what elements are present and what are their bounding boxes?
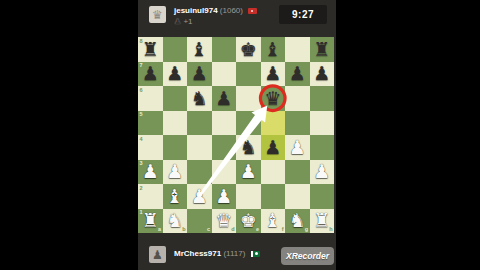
square-f2[interactable]	[261, 184, 286, 209]
square-d5[interactable]	[212, 111, 237, 136]
square-b5[interactable]	[163, 111, 188, 136]
piece-black-rook-h8: ♜	[310, 37, 335, 62]
square-g6[interactable]	[285, 86, 310, 111]
piece-black-pawn-c7: ♟	[187, 62, 212, 87]
square-f8[interactable]: ♝	[261, 37, 286, 62]
square-h3[interactable]: ♟	[310, 160, 335, 185]
chess-app-window: ♛ jesuinul974 (1060) ♟ +1 9:27 8♜♝♚♝♜7♟♟…	[138, 0, 336, 270]
file-label-a: a	[158, 227, 161, 233]
piece-black-knight-e4: ♞	[236, 135, 261, 160]
square-b2[interactable]: ♝	[163, 184, 188, 209]
xrecorder-watermark-label: XRecorder	[286, 251, 329, 261]
file-label-e: e	[256, 227, 259, 233]
square-g5[interactable]	[285, 111, 310, 136]
rank-label-6: 6	[140, 88, 143, 94]
file-label-b: b	[182, 227, 185, 233]
square-d8[interactable]	[212, 37, 237, 62]
square-g8[interactable]	[285, 37, 310, 62]
square-a2[interactable]: 2	[138, 184, 163, 209]
square-g4[interactable]: ♟	[285, 135, 310, 160]
square-b4[interactable]	[163, 135, 188, 160]
top-player-bar: ♛ jesuinul974 (1060) ♟ +1 9:27	[138, 0, 336, 37]
square-a6[interactable]: 6	[138, 86, 163, 111]
square-c2[interactable]: ♟	[187, 184, 212, 209]
square-a1[interactable]: 1a♜	[138, 209, 163, 234]
square-c4[interactable]	[187, 135, 212, 160]
square-e3[interactable]: ♟	[236, 160, 261, 185]
piece-black-pawn-b7: ♟	[163, 62, 188, 87]
piece-white-pawn-b3: ♟	[163, 160, 188, 185]
bottom-player-name-row[interactable]: MrChess971 (1117)	[174, 249, 260, 258]
square-f1[interactable]: f♝	[261, 209, 286, 234]
top-player-clock: 9:27	[279, 5, 327, 24]
square-h1[interactable]: h♜	[310, 209, 335, 234]
file-label-g: g	[305, 227, 308, 233]
piece-black-knight-c6: ♞	[187, 86, 212, 111]
piece-black-bishop-c8: ♝	[187, 37, 212, 62]
square-e5[interactable]	[236, 111, 261, 136]
square-g3[interactable]	[285, 160, 310, 185]
piece-black-pawn-d6: ♟	[212, 86, 237, 111]
piece-black-queen-f6: ♛	[261, 86, 286, 111]
file-label-h: h	[329, 227, 332, 233]
square-d4[interactable]	[212, 135, 237, 160]
square-c3[interactable]	[187, 160, 212, 185]
square-e6[interactable]	[236, 86, 261, 111]
square-e8[interactable]: ♚	[236, 37, 261, 62]
piece-white-pawn-e3: ♟	[236, 160, 261, 185]
piece-black-king-e8: ♚	[236, 37, 261, 62]
square-f6[interactable]: ♛	[261, 86, 286, 111]
piece-black-bishop-f8: ♝	[261, 37, 286, 62]
square-c1[interactable]: c	[187, 209, 212, 234]
top-player-avatar[interactable]: ♛	[149, 6, 166, 23]
top-player-captured-pieces: ♟ +1	[174, 17, 193, 26]
square-d1[interactable]: d♛	[212, 209, 237, 234]
square-d6[interactable]: ♟	[212, 86, 237, 111]
rank-label-5: 5	[140, 112, 143, 118]
square-c8[interactable]: ♝	[187, 37, 212, 62]
rank-label-2: 2	[140, 186, 143, 192]
square-h7[interactable]: ♟	[310, 62, 335, 87]
bottom-player-bar: ♟ MrChess971 (1117) XRecorder	[138, 233, 336, 270]
square-c5[interactable]	[187, 111, 212, 136]
top-player-name: jesuinul974	[174, 6, 218, 15]
square-e1[interactable]: e♚	[236, 209, 261, 234]
square-h8[interactable]: ♜	[310, 37, 335, 62]
piece-black-pawn-f7: ♟	[261, 62, 286, 87]
square-a7[interactable]: 7♟	[138, 62, 163, 87]
square-d2[interactable]: ♟	[212, 184, 237, 209]
square-d7[interactable]	[212, 62, 237, 87]
square-h6[interactable]	[310, 86, 335, 111]
square-b1[interactable]: b♞	[163, 209, 188, 234]
file-label-d: d	[231, 227, 234, 233]
square-f4[interactable]: ♟	[261, 135, 286, 160]
square-e4[interactable]: ♞	[236, 135, 261, 160]
square-b6[interactable]	[163, 86, 188, 111]
piece-black-pawn-f4: ♟	[261, 135, 286, 160]
file-label-c: c	[207, 227, 210, 233]
square-a3[interactable]: 3♟	[138, 160, 163, 185]
rank-label-1: 1	[140, 210, 143, 216]
chess-board[interactable]: 8♜♝♚♝♜7♟♟♟♟♟♟6♞♟♛54♞♟♟3♟♟♟♟2♝♟♟1a♜b♞cd♛e…	[138, 37, 334, 233]
square-f3[interactable]	[261, 160, 286, 185]
rank-label-7: 7	[140, 63, 143, 69]
square-f7[interactable]: ♟	[261, 62, 286, 87]
square-c6[interactable]: ♞	[187, 86, 212, 111]
square-g7[interactable]: ♟	[285, 62, 310, 87]
pakistan-flag-icon	[251, 251, 260, 257]
square-h5[interactable]	[310, 111, 335, 136]
captured-pawn-icon: ♟	[174, 17, 181, 26]
square-b8[interactable]	[163, 37, 188, 62]
bottom-player-avatar[interactable]: ♟	[149, 246, 166, 263]
piece-white-bishop-b2: ♝	[163, 184, 188, 209]
clock-time: 9:27	[292, 9, 314, 20]
top-player-name-row[interactable]: jesuinul974 (1060)	[174, 6, 257, 15]
square-a8[interactable]: 8♜	[138, 37, 163, 62]
square-a4[interactable]: 4	[138, 135, 163, 160]
xrecorder-watermark: XRecorder	[281, 247, 334, 265]
rank-label-3: 3	[140, 161, 143, 167]
top-player-rating: (1060)	[220, 6, 243, 15]
rank-label-8: 8	[140, 39, 143, 45]
square-e7[interactable]	[236, 62, 261, 87]
material-advantage-badge: +1	[183, 17, 192, 26]
square-g2[interactable]	[285, 184, 310, 209]
piece-black-pawn-h7: ♟	[310, 62, 335, 87]
bottom-player-rating: (1117)	[223, 249, 245, 258]
square-b3[interactable]: ♟	[163, 160, 188, 185]
square-f5[interactable]	[261, 111, 286, 136]
piece-white-pawn-g4: ♟	[285, 135, 310, 160]
piece-black-pawn-g7: ♟	[285, 62, 310, 87]
file-label-f: f	[282, 227, 284, 233]
rank-label-4: 4	[140, 137, 143, 143]
square-g1[interactable]: g♞	[285, 209, 310, 234]
piece-white-pawn-d2: ♟	[212, 184, 237, 209]
square-d3[interactable]	[212, 160, 237, 185]
square-e2[interactable]	[236, 184, 261, 209]
bottom-player-name: MrChess971	[174, 249, 221, 258]
square-c7[interactable]: ♟	[187, 62, 212, 87]
red-flag-icon	[248, 8, 257, 14]
piece-white-pawn-c2: ♟	[187, 184, 212, 209]
square-h2[interactable]	[310, 184, 335, 209]
square-a5[interactable]: 5	[138, 111, 163, 136]
piece-white-pawn-h3: ♟	[310, 160, 335, 185]
square-h4[interactable]	[310, 135, 335, 160]
square-b7[interactable]: ♟	[163, 62, 188, 87]
video-frame: ♛ jesuinul974 (1060) ♟ +1 9:27 8♜♝♚♝♜7♟♟…	[0, 0, 480, 270]
